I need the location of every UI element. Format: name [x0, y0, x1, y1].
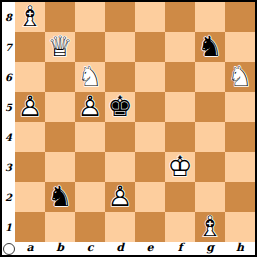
piece-white-pawn[interactable]: ♟♙ — [105, 182, 135, 212]
square-b5[interactable] — [45, 92, 75, 122]
square-e4[interactable] — [135, 122, 165, 152]
piece-white-king[interactable]: ♚♔ — [165, 152, 195, 182]
square-e8[interactable] — [135, 2, 165, 32]
square-f2[interactable] — [165, 182, 195, 212]
file-label-g: g — [195, 242, 225, 255]
rank-label-1: 1 — [2, 212, 15, 242]
chess-diagram: 8♝♗7♛♕♞6♞♘♞♘5♟♙♟♙♚43♚♔2♞♟♙1♝♗abcdefgh — [0, 0, 257, 257]
file-label-b: b — [45, 242, 75, 255]
square-g4[interactable] — [195, 122, 225, 152]
file-label-a: a — [15, 242, 45, 255]
square-d8[interactable] — [105, 2, 135, 32]
square-d5[interactable]: ♚ — [105, 92, 135, 122]
square-e1[interactable] — [135, 212, 165, 242]
file-label-c: c — [75, 242, 105, 255]
white-to-move-circle-icon — [3, 243, 15, 255]
piece-white-knight[interactable]: ♞♘ — [75, 62, 105, 92]
square-a2[interactable] — [15, 182, 45, 212]
square-d6[interactable] — [105, 62, 135, 92]
piece-white-queen[interactable]: ♛♕ — [45, 32, 75, 62]
rank-label-8: 8 — [2, 2, 15, 32]
side-to-move-indicator — [2, 242, 15, 255]
square-e5[interactable] — [135, 92, 165, 122]
square-h8[interactable] — [225, 2, 255, 32]
square-a7[interactable] — [15, 32, 45, 62]
square-b6[interactable] — [45, 62, 75, 92]
square-c1[interactable] — [75, 212, 105, 242]
square-f7[interactable] — [165, 32, 195, 62]
square-c7[interactable] — [75, 32, 105, 62]
square-b4[interactable] — [45, 122, 75, 152]
rank-label-2: 2 — [2, 182, 15, 212]
square-c8[interactable] — [75, 2, 105, 32]
square-d3[interactable] — [105, 152, 135, 182]
square-g2[interactable] — [195, 182, 225, 212]
rank-label-7: 7 — [2, 32, 15, 62]
square-g3[interactable] — [195, 152, 225, 182]
rank-label-5: 5 — [2, 92, 15, 122]
square-f5[interactable] — [165, 92, 195, 122]
square-d2[interactable]: ♟♙ — [105, 182, 135, 212]
square-a4[interactable] — [15, 122, 45, 152]
white-pawn-glyph: ♙ — [15, 92, 45, 122]
file-label-f: f — [165, 242, 195, 255]
square-c2[interactable] — [75, 182, 105, 212]
black-king-glyph: ♚ — [105, 92, 135, 122]
square-g7[interactable]: ♞ — [195, 32, 225, 62]
square-a1[interactable] — [15, 212, 45, 242]
square-f1[interactable] — [165, 212, 195, 242]
square-b3[interactable] — [45, 152, 75, 182]
square-b2[interactable]: ♞ — [45, 182, 75, 212]
square-h6[interactable]: ♞♘ — [225, 62, 255, 92]
white-bishop-glyph: ♗ — [15, 2, 45, 32]
square-a3[interactable] — [15, 152, 45, 182]
piece-white-knight[interactable]: ♞♘ — [225, 62, 255, 92]
rank-label-3: 3 — [2, 152, 15, 182]
square-f8[interactable] — [165, 2, 195, 32]
square-h1[interactable] — [225, 212, 255, 242]
square-a8[interactable]: ♝♗ — [15, 2, 45, 32]
square-c6[interactable]: ♞♘ — [75, 62, 105, 92]
square-e3[interactable] — [135, 152, 165, 182]
square-e7[interactable] — [135, 32, 165, 62]
square-d7[interactable] — [105, 32, 135, 62]
square-h2[interactable] — [225, 182, 255, 212]
piece-white-bishop[interactable]: ♝♗ — [195, 212, 225, 242]
square-d1[interactable] — [105, 212, 135, 242]
file-label-d: d — [105, 242, 135, 255]
square-g5[interactable] — [195, 92, 225, 122]
square-g8[interactable] — [195, 2, 225, 32]
square-g1[interactable]: ♝♗ — [195, 212, 225, 242]
square-d4[interactable] — [105, 122, 135, 152]
white-pawn-glyph: ♙ — [75, 92, 105, 122]
white-bishop-glyph: ♗ — [195, 212, 225, 242]
white-knight-glyph: ♘ — [75, 62, 105, 92]
file-label-e: e — [135, 242, 165, 255]
square-c3[interactable] — [75, 152, 105, 182]
black-knight-glyph: ♞ — [45, 182, 75, 212]
piece-black-knight[interactable]: ♞ — [195, 32, 225, 62]
square-e2[interactable] — [135, 182, 165, 212]
square-a5[interactable]: ♟♙ — [15, 92, 45, 122]
file-label-h: h — [225, 242, 255, 255]
square-f4[interactable] — [165, 122, 195, 152]
white-queen-glyph: ♕ — [45, 32, 75, 62]
square-e6[interactable] — [135, 62, 165, 92]
piece-white-pawn[interactable]: ♟♙ — [75, 92, 105, 122]
square-h3[interactable] — [225, 152, 255, 182]
piece-black-king[interactable]: ♚ — [105, 92, 135, 122]
white-king-glyph: ♔ — [165, 152, 195, 182]
piece-white-pawn[interactable]: ♟♙ — [15, 92, 45, 122]
square-a6[interactable] — [15, 62, 45, 92]
square-h5[interactable] — [225, 92, 255, 122]
square-c4[interactable] — [75, 122, 105, 152]
chess-board: 8♝♗7♛♕♞6♞♘♞♘5♟♙♟♙♚43♚♔2♞♟♙1♝♗abcdefgh — [2, 2, 255, 255]
square-f6[interactable] — [165, 62, 195, 92]
piece-white-bishop[interactable]: ♝♗ — [15, 2, 45, 32]
square-c5[interactable]: ♟♙ — [75, 92, 105, 122]
piece-black-knight[interactable]: ♞ — [45, 182, 75, 212]
square-b8[interactable] — [45, 2, 75, 32]
white-pawn-glyph: ♙ — [105, 182, 135, 212]
square-g6[interactable] — [195, 62, 225, 92]
square-h7[interactable] — [225, 32, 255, 62]
square-b1[interactable] — [45, 212, 75, 242]
square-f3[interactable]: ♚♔ — [165, 152, 195, 182]
square-h4[interactable] — [225, 122, 255, 152]
rank-label-6: 6 — [2, 62, 15, 92]
white-knight-glyph: ♘ — [225, 62, 255, 92]
square-b7[interactable]: ♛♕ — [45, 32, 75, 62]
rank-label-4: 4 — [2, 122, 15, 152]
black-knight-glyph: ♞ — [195, 32, 225, 62]
